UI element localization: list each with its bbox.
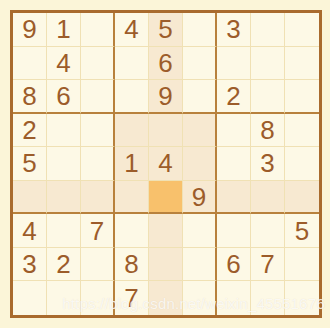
cell-r4c9[interactable]: [285, 114, 319, 148]
cell-r3c1[interactable]: 8: [13, 80, 47, 114]
cell-r4c1[interactable]: 2: [13, 114, 47, 148]
cell-r7c8[interactable]: [251, 214, 285, 248]
cell-r7c2[interactable]: [47, 214, 81, 248]
cell-r2c3[interactable]: [81, 47, 115, 81]
cell-r6c2[interactable]: [47, 181, 81, 215]
cell-r5c9[interactable]: [285, 147, 319, 181]
cell-r4c5[interactable]: [149, 114, 183, 148]
cell-r2c8[interactable]: [251, 47, 285, 81]
cell-r4c2[interactable]: [47, 114, 81, 148]
cell-r2c7[interactable]: [217, 47, 251, 81]
cell-r9c9[interactable]: [285, 281, 319, 315]
cell-r2c1[interactable]: [13, 47, 47, 81]
selected-cell-r6c5[interactable]: [149, 181, 183, 215]
cell-r4c3[interactable]: [81, 114, 115, 148]
cell-r7c4[interactable]: [115, 214, 149, 248]
cell-r5c6[interactable]: [183, 147, 217, 181]
cell-r9c8[interactable]: [251, 281, 285, 315]
cell-r8c7[interactable]: 6: [217, 248, 251, 282]
cell-r8c8[interactable]: 7: [251, 248, 285, 282]
cell-r8c5[interactable]: [149, 248, 183, 282]
cell-r3c7[interactable]: 2: [217, 80, 251, 114]
cell-r4c7[interactable]: [217, 114, 251, 148]
cell-r5c4[interactable]: 1: [115, 147, 149, 181]
cell-r1c1[interactable]: 9: [13, 13, 47, 47]
cell-r7c1[interactable]: 4: [13, 214, 47, 248]
cell-r8c1[interactable]: 3: [13, 248, 47, 282]
cell-r6c9[interactable]: [285, 181, 319, 215]
cell-r1c3[interactable]: [81, 13, 115, 47]
cell-r4c8[interactable]: 8: [251, 114, 285, 148]
cell-r1c9[interactable]: [285, 13, 319, 47]
sudoku-app-screen: 914534686922851439475328677 https://blog…: [0, 0, 330, 328]
cell-r5c1[interactable]: 5: [13, 147, 47, 181]
cell-r3c9[interactable]: [285, 80, 319, 114]
cell-r6c6[interactable]: 9: [183, 181, 217, 215]
cell-r5c7[interactable]: [217, 147, 251, 181]
cell-r3c2[interactable]: 6: [47, 80, 81, 114]
cell-r9c2[interactable]: [47, 281, 81, 315]
cell-r6c8[interactable]: [251, 181, 285, 215]
cell-r8c2[interactable]: 2: [47, 248, 81, 282]
cell-r2c9[interactable]: [285, 47, 319, 81]
cell-r3c6[interactable]: [183, 80, 217, 114]
cell-r8c6[interactable]: [183, 248, 217, 282]
cell-r6c7[interactable]: [217, 181, 251, 215]
cell-r3c8[interactable]: [251, 80, 285, 114]
cell-r5c8[interactable]: 3: [251, 147, 285, 181]
cell-r1c2[interactable]: 1: [47, 13, 81, 47]
cell-r5c3[interactable]: [81, 147, 115, 181]
cell-r8c4[interactable]: 8: [115, 248, 149, 282]
cell-r1c4[interactable]: 4: [115, 13, 149, 47]
cell-r9c3[interactable]: [81, 281, 115, 315]
cell-r1c5[interactable]: 5: [149, 13, 183, 47]
cell-r7c6[interactable]: [183, 214, 217, 248]
cell-r1c7[interactable]: 3: [217, 13, 251, 47]
cell-r1c6[interactable]: [183, 13, 217, 47]
cell-r9c6[interactable]: [183, 281, 217, 315]
cell-r3c3[interactable]: [81, 80, 115, 114]
cell-r6c1[interactable]: [13, 181, 47, 215]
cell-r4c6[interactable]: [183, 114, 217, 148]
cell-r7c7[interactable]: [217, 214, 251, 248]
cell-r6c3[interactable]: [81, 181, 115, 215]
cell-r5c5[interactable]: 4: [149, 147, 183, 181]
cell-r5c2[interactable]: [47, 147, 81, 181]
cell-r8c9[interactable]: [285, 248, 319, 282]
cell-r2c4[interactable]: [115, 47, 149, 81]
cell-r9c7[interactable]: [217, 281, 251, 315]
cell-r4c4[interactable]: [115, 114, 149, 148]
cell-r7c3[interactable]: 7: [81, 214, 115, 248]
cell-r7c5[interactable]: [149, 214, 183, 248]
cell-r9c4[interactable]: 7: [115, 281, 149, 315]
cell-r3c4[interactable]: [115, 80, 149, 114]
cell-r2c6[interactable]: [183, 47, 217, 81]
cell-r1c8[interactable]: [251, 13, 285, 47]
cell-r9c5[interactable]: [149, 281, 183, 315]
cell-r9c1[interactable]: [13, 281, 47, 315]
cell-r7c9[interactable]: 5: [285, 214, 319, 248]
cell-r3c5[interactable]: 9: [149, 80, 183, 114]
cell-r2c2[interactable]: 4: [47, 47, 81, 81]
cell-r2c5[interactable]: 6: [149, 47, 183, 81]
cell-r6c4[interactable]: [115, 181, 149, 215]
sudoku-board: 914534686922851439475328677: [10, 10, 322, 318]
cell-r8c3[interactable]: [81, 248, 115, 282]
